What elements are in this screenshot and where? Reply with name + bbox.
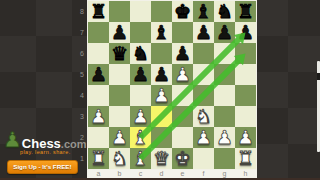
square-c6[interactable]: ♞: [130, 43, 151, 64]
board-squares: ♜♚♝♞♜♟♝♟♟♟♛♞♟♟♟♟♟♟♟♟♞♟♝♟♟♟♜♞♝♛♚♜: [88, 1, 256, 169]
square-e6[interactable]: ♟: [172, 43, 193, 64]
square-b4[interactable]: [109, 85, 130, 106]
square-f7[interactable]: ♟: [193, 22, 214, 43]
file-label-d: d: [151, 170, 172, 178]
sign-up-button[interactable]: Sign Up - It's FREE!: [7, 160, 78, 174]
square-b6[interactable]: ♛: [109, 43, 130, 64]
square-a7[interactable]: [88, 22, 109, 43]
sign-up-button-label: Sign Up - It's FREE!: [13, 163, 71, 170]
black-pawn-b7: ♟: [109, 22, 130, 43]
square-f5[interactable]: [193, 64, 214, 85]
file-coordinates: abcdefgh: [87, 170, 257, 178]
pawn-icon: ♟: [3, 130, 22, 151]
white-pawn-h2: ♟: [235, 127, 256, 148]
white-queen-d1: ♛: [151, 148, 172, 169]
square-b2[interactable]: ♟: [109, 127, 130, 148]
square-g4[interactable]: [214, 85, 235, 106]
white-rook-h1: ♜: [235, 148, 256, 169]
white-pawn-c3: ♟: [130, 106, 151, 127]
square-h7[interactable]: ♟: [235, 22, 256, 43]
chess-board: ♜♚♝♞♜♟♝♟♟♟♛♞♟♟♟♟♟♟♟♟♞♟♝♟♟♟♜♞♝♛♚♜: [87, 0, 257, 170]
square-c5[interactable]: ♟: [130, 64, 151, 85]
square-b5[interactable]: [109, 64, 130, 85]
white-rook-a1: ♜: [88, 148, 109, 169]
square-g6[interactable]: [214, 43, 235, 64]
black-rook-h8: ♜: [235, 1, 256, 22]
white-pawn-a3: ♟: [88, 106, 109, 127]
square-c7[interactable]: [130, 22, 151, 43]
file-label-c: c: [130, 170, 151, 178]
square-a1[interactable]: ♜: [88, 148, 109, 169]
square-d2[interactable]: [151, 127, 172, 148]
square-e5[interactable]: ♟: [172, 64, 193, 85]
white-knight-f3: ♞: [193, 106, 214, 127]
square-d3[interactable]: [151, 106, 172, 127]
black-pawn-c5: ♟: [130, 64, 151, 85]
black-knight-c6: ♞: [130, 43, 151, 64]
square-e8[interactable]: ♚: [172, 1, 193, 22]
file-label-a: a: [88, 170, 109, 178]
white-pawn-g2: ♟: [214, 127, 235, 148]
square-g8[interactable]: ♞: [214, 1, 235, 22]
square-c8[interactable]: [130, 1, 151, 22]
square-h5[interactable]: [235, 64, 256, 85]
square-b1[interactable]: ♞: [109, 148, 130, 169]
black-rook-a8: ♜: [88, 1, 109, 22]
white-king-e1: ♚: [172, 148, 193, 169]
square-h1[interactable]: ♜: [235, 148, 256, 169]
square-f2[interactable]: ♟: [193, 127, 214, 148]
square-e3[interactable]: [172, 106, 193, 127]
black-pawn-f7: ♟: [193, 22, 214, 43]
black-pawn-h7: ♟: [235, 22, 256, 43]
square-d6[interactable]: [151, 43, 172, 64]
white-bishop-c1: ♝: [130, 148, 151, 169]
square-c2[interactable]: ♝: [130, 127, 151, 148]
white-knight-b1: ♞: [109, 148, 130, 169]
file-label-h: h: [235, 170, 256, 178]
square-d5[interactable]: ♟: [151, 64, 172, 85]
square-h4[interactable]: [235, 85, 256, 106]
rank-label-6: 6: [60, 43, 84, 64]
video-thumbnail-background: 87654321 ♜♚♝♞♜♟♝♟♟♟♛♞♟♟♟♟♟♟♟♟♞♟♝♟♟♟♜♞♝♛♚…: [0, 0, 320, 180]
rank-label-7: 7: [60, 22, 84, 43]
square-h2[interactable]: ♟: [235, 127, 256, 148]
square-h8[interactable]: ♜: [235, 1, 256, 22]
square-g3[interactable]: [214, 106, 235, 127]
square-b7[interactable]: ♟: [109, 22, 130, 43]
square-f1[interactable]: [193, 148, 214, 169]
logo-tagline: play. learn. share.: [20, 149, 71, 155]
black-bishop-f8: ♝: [193, 1, 214, 22]
rank-label-5: 5: [60, 64, 84, 85]
square-e4[interactable]: [172, 85, 193, 106]
square-e1[interactable]: ♚: [172, 148, 193, 169]
square-a8[interactable]: ♜: [88, 1, 109, 22]
chesscom-logo-link[interactable]: ♟Chess.com: [3, 130, 87, 151]
file-label-g: g: [214, 170, 235, 178]
square-g1[interactable]: [214, 148, 235, 169]
file-label-e: e: [172, 170, 193, 178]
square-b3[interactable]: [109, 106, 130, 127]
white-bishop-c2: ♝: [130, 127, 151, 148]
black-pawn-d5: ♟: [151, 64, 172, 85]
black-bishop-d7: ♝: [151, 22, 172, 43]
square-c1[interactable]: ♝: [130, 148, 151, 169]
square-h6[interactable]: [235, 43, 256, 64]
square-e2[interactable]: [172, 127, 193, 148]
square-d4[interactable]: ♟: [151, 85, 172, 106]
rank-label-4: 4: [60, 85, 84, 106]
square-f3[interactable]: ♞: [193, 106, 214, 127]
white-pawn-e5: ♟: [172, 64, 193, 85]
square-e7[interactable]: [172, 22, 193, 43]
square-f8[interactable]: ♝: [193, 1, 214, 22]
square-b8[interactable]: [109, 1, 130, 22]
black-king-e8: ♚: [172, 1, 193, 22]
square-d7[interactable]: ♝: [151, 22, 172, 43]
square-a2[interactable]: [88, 127, 109, 148]
square-f6[interactable]: [193, 43, 214, 64]
file-label-b: b: [109, 170, 130, 178]
black-knight-g8: ♞: [214, 1, 235, 22]
square-g7[interactable]: ♟: [214, 22, 235, 43]
square-f4[interactable]: [193, 85, 214, 106]
square-c3[interactable]: ♟: [130, 106, 151, 127]
black-pawn-g7: ♟: [214, 22, 235, 43]
bottom-edge-strip: [0, 178, 320, 180]
square-h3[interactable]: [235, 106, 256, 127]
square-g2[interactable]: ♟: [214, 127, 235, 148]
square-d1[interactable]: ♛: [151, 148, 172, 169]
square-a5[interactable]: ♟: [88, 64, 109, 85]
white-pawn-f2: ♟: [193, 127, 214, 148]
square-g5[interactable]: [214, 64, 235, 85]
black-pawn-e6: ♟: [172, 43, 193, 64]
rank-label-8: 8: [60, 1, 84, 22]
square-a4[interactable]: [88, 85, 109, 106]
white-pawn-d4: ♟: [151, 85, 172, 106]
white-pawn-b2: ♟: [109, 127, 130, 148]
file-label-f: f: [193, 170, 214, 178]
rank-label-3: 3: [60, 106, 84, 127]
square-c4[interactable]: [130, 85, 151, 106]
black-pawn-a5: ♟: [88, 64, 109, 85]
black-queen-b6: ♛: [109, 43, 130, 64]
square-d8[interactable]: [151, 1, 172, 22]
square-a6[interactable]: [88, 43, 109, 64]
square-a3[interactable]: ♟: [88, 106, 109, 127]
